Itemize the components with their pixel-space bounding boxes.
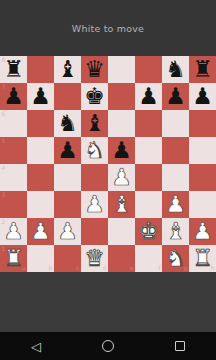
square-d6[interactable]: ♝ — [81, 110, 108, 137]
square-g3[interactable]: ♟ — [162, 191, 189, 218]
piece-black-bishop: ♝ — [54, 56, 81, 83]
file-label: h — [211, 265, 215, 271]
square-a3[interactable]: 3 — [0, 191, 27, 218]
piece-white-knight: ♞ — [162, 245, 189, 272]
piece-white-pawn: ♟ — [162, 191, 189, 218]
piece-white-knight: ♞ — [81, 137, 108, 164]
piece-white-pawn: ♟ — [189, 218, 216, 245]
piece-white-pawn: ♟ — [81, 191, 108, 218]
square-g6[interactable] — [162, 110, 189, 137]
square-c6[interactable]: ♞ — [54, 110, 81, 137]
piece-black-pawn: ♟ — [54, 137, 81, 164]
nav-back-button[interactable]: ◁ — [0, 340, 72, 353]
square-a4[interactable]: 4 — [0, 164, 27, 191]
chess-board[interactable]: 8♜♝♛♞♜7♟♟♚♟♟♟6♞♝5♟♞♟4♟3♟♝♟2♟♟♟♚♝♟1a♜bcd♛… — [0, 56, 216, 272]
piece-white-pawn: ♟ — [108, 164, 135, 191]
piece-white-rook: ♜ — [189, 245, 216, 272]
file-label: e — [130, 265, 134, 271]
nav-home-button[interactable] — [72, 340, 144, 352]
square-c8[interactable]: ♝ — [54, 56, 81, 83]
square-b4[interactable] — [27, 164, 54, 191]
piece-white-pawn: ♟ — [27, 218, 54, 245]
piece-black-pawn: ♟ — [27, 83, 54, 110]
square-c2[interactable]: ♟ — [54, 218, 81, 245]
piece-black-pawn: ♟ — [0, 83, 27, 110]
file-label: c — [76, 265, 79, 271]
home-icon — [102, 340, 114, 352]
file-label: a — [22, 265, 26, 271]
piece-black-pawn: ♟ — [135, 83, 162, 110]
back-icon: ◁ — [31, 340, 41, 353]
square-c3[interactable] — [54, 191, 81, 218]
file-label: g — [184, 265, 188, 271]
square-b3[interactable] — [27, 191, 54, 218]
square-d1[interactable]: d♛ — [81, 245, 108, 272]
square-f7[interactable]: ♟ — [135, 83, 162, 110]
piece-white-bishop: ♝ — [162, 218, 189, 245]
file-label: d — [103, 265, 107, 271]
piece-white-rook: ♜ — [0, 245, 27, 272]
square-a5[interactable]: 5 — [0, 137, 27, 164]
square-e8[interactable] — [108, 56, 135, 83]
square-h4[interactable] — [189, 164, 216, 191]
square-a6[interactable]: 6 — [0, 110, 27, 137]
status-text: White to move — [72, 23, 144, 34]
square-g7[interactable]: ♟ — [162, 83, 189, 110]
rank-label: 6 — [2, 111, 6, 117]
square-b7[interactable]: ♟ — [27, 83, 54, 110]
square-e7[interactable] — [108, 83, 135, 110]
recents-icon — [175, 341, 186, 352]
piece-black-pawn: ♟ — [162, 83, 189, 110]
square-e5[interactable]: ♟ — [108, 137, 135, 164]
square-c5[interactable]: ♟ — [54, 137, 81, 164]
square-a2[interactable]: 2♟ — [0, 218, 27, 245]
square-c4[interactable] — [54, 164, 81, 191]
android-nav-bar: ◁ — [0, 332, 216, 360]
square-a1[interactable]: 1a♜ — [0, 245, 27, 272]
square-c1[interactable]: c — [54, 245, 81, 272]
piece-black-pawn: ♟ — [108, 137, 135, 164]
square-h5[interactable] — [189, 137, 216, 164]
square-g1[interactable]: g♞ — [162, 245, 189, 272]
rank-label: 3 — [2, 192, 6, 198]
square-d4[interactable] — [81, 164, 108, 191]
file-label: f — [158, 265, 160, 271]
file-label: b — [49, 265, 53, 271]
square-b8[interactable] — [27, 56, 54, 83]
piece-black-rook: ♜ — [189, 56, 216, 83]
square-e3[interactable]: ♝ — [108, 191, 135, 218]
square-g2[interactable]: ♝ — [162, 218, 189, 245]
square-f3[interactable] — [135, 191, 162, 218]
square-h3[interactable] — [189, 191, 216, 218]
square-h6[interactable] — [189, 110, 216, 137]
square-b1[interactable]: b — [27, 245, 54, 272]
square-g4[interactable] — [162, 164, 189, 191]
piece-white-pawn: ♟ — [0, 218, 27, 245]
rank-label: 2 — [2, 219, 6, 225]
square-f8[interactable] — [135, 56, 162, 83]
rank-label: 4 — [2, 165, 6, 171]
piece-black-knight: ♞ — [162, 56, 189, 83]
square-e4[interactable]: ♟ — [108, 164, 135, 191]
square-h7[interactable]: ♟ — [189, 83, 216, 110]
square-e2[interactable] — [108, 218, 135, 245]
piece-black-queen: ♛ — [81, 56, 108, 83]
square-d5[interactable]: ♞ — [81, 137, 108, 164]
square-f5[interactable] — [135, 137, 162, 164]
square-f2[interactable]: ♚ — [135, 218, 162, 245]
square-f1[interactable]: f — [135, 245, 162, 272]
piece-white-king: ♚ — [135, 218, 162, 245]
rank-label: 7 — [2, 84, 6, 90]
nav-recents-button[interactable] — [144, 341, 216, 352]
piece-black-knight: ♞ — [54, 110, 81, 137]
piece-white-bishop: ♝ — [108, 191, 135, 218]
control-bar: ◀ ↺ ⚑ 9 — [0, 272, 216, 332]
square-h1[interactable]: h♜ — [189, 245, 216, 272]
piece-black-pawn: ♟ — [189, 83, 216, 110]
rank-label: 5 — [2, 138, 6, 144]
piece-white-pawn: ♟ — [54, 218, 81, 245]
square-c7[interactable] — [54, 83, 81, 110]
square-b5[interactable] — [27, 137, 54, 164]
square-e6[interactable] — [108, 110, 135, 137]
piece-white-queen: ♛ — [81, 245, 108, 272]
piece-black-rook: ♜ — [0, 56, 27, 83]
piece-black-king: ♚ — [81, 83, 108, 110]
rank-label: 1 — [2, 246, 6, 252]
square-g5[interactable] — [162, 137, 189, 164]
square-a7[interactable]: 7♟ — [0, 83, 27, 110]
square-h8[interactable]: ♜ — [189, 56, 216, 83]
square-e1[interactable]: e — [108, 245, 135, 272]
square-b6[interactable] — [27, 110, 54, 137]
rank-label: 8 — [2, 57, 6, 63]
square-d2[interactable] — [81, 218, 108, 245]
square-d7[interactable]: ♚ — [81, 83, 108, 110]
square-d8[interactable]: ♛ — [81, 56, 108, 83]
square-h2[interactable]: ♟ — [189, 218, 216, 245]
square-g8[interactable]: ♞ — [162, 56, 189, 83]
square-a8[interactable]: 8♜ — [0, 56, 27, 83]
piece-black-bishop: ♝ — [81, 110, 108, 137]
square-d3[interactable]: ♟ — [81, 191, 108, 218]
header-bar: White to move — [0, 0, 216, 56]
square-b2[interactable]: ♟ — [27, 218, 54, 245]
square-f6[interactable] — [135, 110, 162, 137]
square-f4[interactable] — [135, 164, 162, 191]
